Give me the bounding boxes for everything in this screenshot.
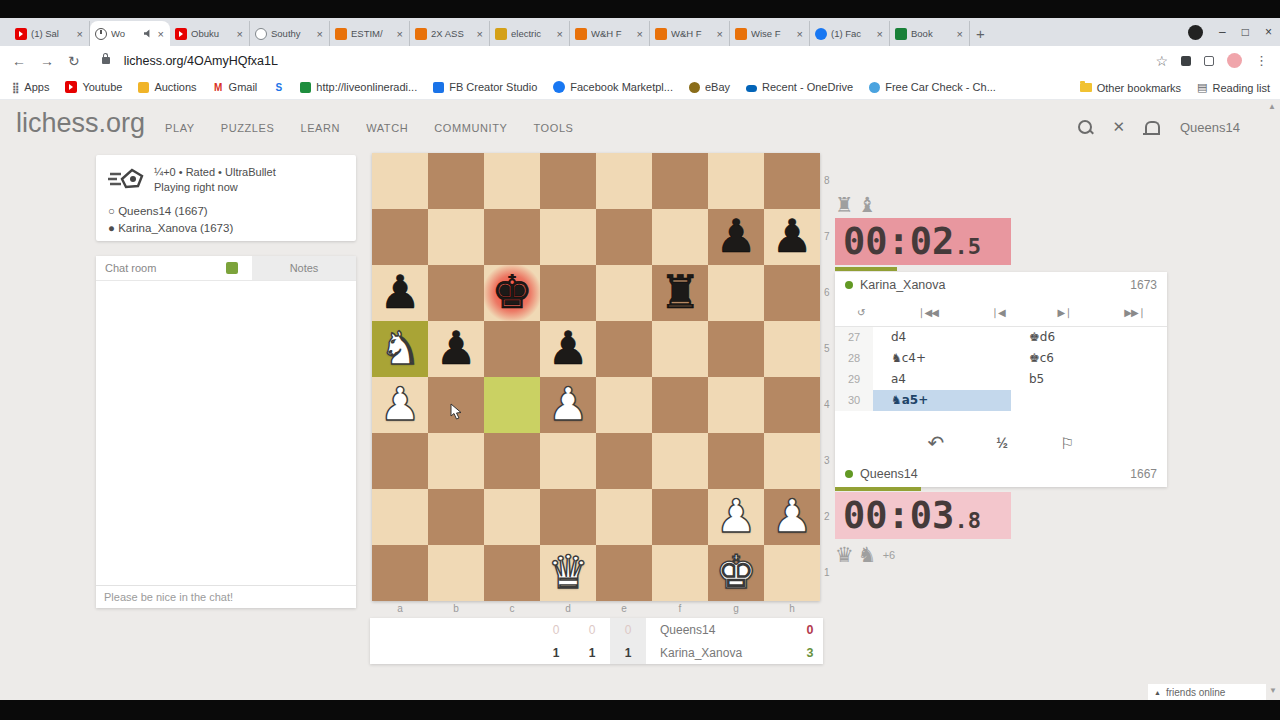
lichess-page: lichess.org PLAYPUZZLESLEARNWATCHCOMMUNI… — [0, 100, 1280, 700]
browser-tab[interactable]: (1) Fac× — [810, 21, 890, 46]
bookmark-label: http://liveonlineradi... — [316, 81, 417, 93]
minimize-button[interactable]: – — [1219, 25, 1226, 39]
flip-board-icon[interactable]: ↺ — [857, 307, 864, 318]
square-b7[interactable] — [428, 209, 484, 265]
square-a3[interactable] — [372, 433, 428, 489]
youtube-favicon-icon — [15, 28, 27, 40]
square-c1[interactable] — [484, 545, 540, 601]
tab-title: 2X ASS — [431, 28, 472, 39]
square-b1[interactable] — [428, 545, 484, 601]
tab-title: W&H F — [591, 28, 632, 39]
square-b6[interactable] — [428, 265, 484, 321]
fb-favicon-icon — [815, 28, 827, 40]
url-text[interactable]: lichess.org/4OAmyHQfxa1L — [124, 54, 1142, 68]
collapse-icon: ▲ — [1154, 689, 1161, 696]
tab-title: Southy — [271, 28, 312, 39]
bookmark-item[interactable]: Free Car Check - Ch... — [869, 81, 996, 93]
square-d2[interactable] — [540, 489, 596, 545]
square-f3[interactable] — [652, 433, 708, 489]
tab-title: (1) Fac — [831, 28, 872, 39]
square-b5[interactable] — [428, 321, 484, 377]
white-player-line[interactable]: ○ Queens14 (1667) — [108, 203, 344, 220]
game-status-text: Playing right now — [154, 180, 276, 195]
first-move-icon[interactable]: ❘◀◀ — [917, 307, 938, 318]
game-info-card: ¼+0 • Rated • UltraBullet Playing right … — [96, 155, 356, 241]
crosstable-player-name[interactable]: Queens14 — [660, 618, 797, 641]
file-label-c: c — [484, 603, 540, 614]
square-c3[interactable] — [484, 433, 540, 489]
square-c6[interactable] — [484, 265, 540, 321]
tab-close-icon[interactable]: × — [76, 28, 84, 40]
crosstable-player-score: 3 — [797, 641, 823, 664]
friends-online-bar[interactable]: ▲ friends online — [1148, 684, 1266, 700]
forward-icon[interactable]: → — [40, 53, 54, 69]
file-label-h: h — [764, 603, 820, 614]
tab-close-icon[interactable]: × — [316, 28, 324, 40]
menu-icon[interactable]: ⋮ — [1255, 53, 1268, 68]
move-black[interactable]: b5 — [1011, 369, 1149, 390]
square-e5[interactable] — [596, 321, 652, 377]
square-c4[interactable] — [484, 377, 540, 433]
square-d8[interactable] — [540, 153, 596, 209]
player-rating: 1673 — [1130, 278, 1157, 292]
challenge-cross-icon[interactable]: ✕ — [1112, 118, 1125, 136]
tab-close-icon[interactable]: × — [716, 28, 724, 40]
tab-close-icon[interactable]: × — [236, 28, 244, 40]
last-move-highlight — [484, 377, 540, 433]
file-label-b: b — [428, 603, 484, 614]
bookmark-label: Auctions — [154, 81, 196, 93]
rook-captured-icon: ♜ — [835, 193, 854, 217]
square-f1[interactable] — [652, 545, 708, 601]
bookmark-item[interactable]: Recent - OneDrive — [746, 81, 853, 93]
youtube-icon — [65, 81, 77, 93]
square-d3[interactable] — [540, 433, 596, 489]
rank-label-7: 7 — [824, 231, 830, 242]
back-icon[interactable]: ← — [12, 53, 26, 69]
cloud-icon — [746, 85, 757, 92]
move-black[interactable]: ♚c6 — [1011, 348, 1149, 369]
material-advantage: +6 — [883, 549, 896, 561]
last-move-icon[interactable]: ▶▶❘ — [1124, 307, 1145, 318]
bookmarks-bar-right: Other bookmarks ▤Reading list — [1080, 75, 1270, 100]
address-bar: ← → ↻ lichess.org/4OAmyHQfxa1L ☆ ⋮ — [0, 46, 1280, 75]
square-g3[interactable] — [708, 433, 764, 489]
window-controls: – □ × — [1188, 18, 1272, 46]
move-row: 29a4b5 — [835, 369, 1167, 390]
clock-white: 00:03.8 — [835, 492, 1011, 539]
file-label-e: e — [596, 603, 652, 614]
tab-close-icon[interactable]: × — [476, 28, 484, 40]
square-d7[interactable] — [540, 209, 596, 265]
scrollbar-down-arrow[interactable]: ▼ — [1269, 686, 1277, 695]
globe-favicon-icon — [255, 28, 267, 40]
browser-tab[interactable]: Wo× — [90, 21, 170, 46]
bookmark-item[interactable]: ⣿Apps — [12, 81, 49, 93]
folder-icon — [1080, 83, 1092, 92]
square-g5[interactable] — [708, 321, 764, 377]
crosstable-spacer — [370, 618, 538, 664]
game-column-1[interactable]: 01 — [538, 618, 574, 664]
game-column-3[interactable]: 01 — [610, 618, 646, 664]
tab-chat-room[interactable]: Chat room — [96, 262, 226, 274]
crosstable-names: Queens14Karina_Xanova — [646, 618, 797, 664]
square-a4[interactable] — [372, 377, 428, 433]
square-e3[interactable] — [596, 433, 652, 489]
last-move-highlight — [372, 321, 428, 377]
tab-title: Wo — [111, 28, 140, 39]
bookmark-item[interactable]: eBay — [689, 81, 730, 93]
square-b3[interactable] — [428, 433, 484, 489]
grid-icon: ⣿ — [12, 82, 19, 93]
scrollbar-up-arrow[interactable]: ▲ — [1268, 102, 1276, 111]
bookmark-label: Recent - OneDrive — [762, 81, 853, 93]
square-f5[interactable] — [652, 321, 708, 377]
player-name: Karina_Xanova — [860, 278, 1123, 292]
offer-draw-icon[interactable]: ½ — [996, 435, 1008, 451]
doc-favicon-icon — [335, 28, 347, 40]
browser-tab[interactable]: W&H F× — [650, 21, 730, 46]
player-line-top[interactable]: Karina_Xanova 1673 — [835, 272, 1167, 298]
rank-label-6: 6 — [824, 287, 830, 298]
online-dot — [845, 470, 853, 478]
doc-favicon-icon — [415, 28, 427, 40]
square-h4[interactable] — [764, 377, 820, 433]
check-highlight — [484, 265, 540, 321]
square-g7[interactable] — [708, 209, 764, 265]
move-number: 27 — [835, 327, 873, 348]
move-row: 28♞c4+♚c6 — [835, 348, 1167, 369]
ebay-icon — [689, 82, 700, 93]
knight-captured-icon: ♞ — [858, 543, 877, 567]
pin-icon[interactable] — [1181, 56, 1191, 66]
square-h3[interactable] — [764, 433, 820, 489]
move-white[interactable]: ♞a5+ — [873, 390, 1011, 411]
ultrabullet-icon — [108, 165, 144, 193]
square-e8[interactable] — [596, 153, 652, 209]
rank-label-8: 8 — [824, 175, 830, 186]
tab-close-icon[interactable]: × — [876, 28, 884, 40]
search-icon[interactable] — [1078, 120, 1092, 134]
rank-label-2: 2 — [824, 511, 830, 522]
square-d6[interactable] — [540, 265, 596, 321]
move-panel: Karina_Xanova 1673 ↺❘◀◀❘◀▶❘▶▶❘ 27d4♚d628… — [835, 272, 1167, 487]
address-bar-actions: ☆ ⋮ — [1155, 53, 1268, 69]
nav-item-play[interactable]: PLAY — [165, 122, 195, 134]
move-white[interactable]: a4 — [873, 369, 1011, 390]
square-b8[interactable] — [428, 153, 484, 209]
browser-tab[interactable]: ESTIM/× — [330, 21, 410, 46]
time-bar-black — [835, 267, 897, 271]
doc-favicon-icon — [735, 28, 747, 40]
greenbox-icon — [300, 82, 311, 93]
tab-close-icon[interactable]: × — [157, 28, 165, 40]
clock-black: 00:02.5 — [835, 218, 1011, 265]
rank-label-3: 3 — [824, 455, 830, 466]
youtube-favicon-icon — [175, 28, 187, 40]
tab-title: W&H F — [671, 28, 712, 39]
gold-icon — [138, 82, 149, 93]
bookmark-item[interactable]: FB Creator Studio — [433, 81, 537, 93]
tab-close-icon[interactable]: × — [396, 28, 404, 40]
square-e6[interactable] — [596, 265, 652, 321]
square-e7[interactable] — [596, 209, 652, 265]
game-result-top: 0 — [538, 618, 574, 641]
square-c2[interactable] — [484, 489, 540, 545]
file-labels: abcdefgh — [372, 603, 820, 614]
tab-notes[interactable]: Notes — [252, 256, 356, 280]
header-actions: ✕ Queens14 — [1078, 118, 1240, 136]
takeback-icon[interactable]: ↶ — [928, 431, 945, 455]
tab-strip: (1) Sal×Wo×Obuku×Southy×ESTIM/×2X ASS×el… — [0, 18, 1280, 46]
notifications-bell-icon[interactable] — [1145, 121, 1160, 133]
crosstable-player-score: 0 — [797, 618, 823, 641]
chess-board[interactable]: ♟♟♟♚♜♞♟♟♟♟♟♟♛♚ — [372, 153, 820, 601]
captured-pieces-top: ♜♝ — [835, 193, 877, 217]
game-mode-text: ¼+0 • Rated • UltraBullet — [154, 165, 276, 180]
player-line-bottom[interactable]: Queens14 1667 — [835, 461, 1167, 487]
move-row: 27d4♚d6 — [835, 327, 1167, 348]
bookmark-label: Facebook Marketpl... — [570, 81, 673, 93]
crosstable-player-name[interactable]: Karina_Xanova — [660, 641, 797, 664]
bookmark-item[interactable]: Auctions — [138, 81, 196, 93]
game-result-bottom: 1 — [538, 641, 574, 664]
square-e2[interactable] — [596, 489, 652, 545]
chat-toggle[interactable] — [226, 262, 238, 274]
move-white[interactable]: ♞c4+ — [873, 348, 1011, 369]
captured-pieces-bottom: ♛♞+6 — [835, 543, 895, 567]
doc-favicon-icon — [575, 28, 587, 40]
square-h6[interactable] — [764, 265, 820, 321]
square-a7[interactable] — [372, 209, 428, 265]
nav-item-tools[interactable]: TOOLS — [533, 122, 573, 134]
extensions-icon[interactable] — [1204, 56, 1214, 66]
move-black[interactable]: ♚d6 — [1011, 327, 1149, 348]
square-g4[interactable] — [708, 377, 764, 433]
bookmark-label: Apps — [24, 81, 49, 93]
square-f6[interactable] — [652, 265, 708, 321]
nav-item-puzzles[interactable]: PUZZLES — [221, 122, 275, 134]
player-name: Queens14 — [860, 467, 1123, 481]
move-number: 29 — [835, 369, 873, 390]
tab-title: ESTIM/ — [351, 28, 392, 39]
nav-item-community[interactable]: COMMUNITY — [434, 122, 507, 134]
square-a2[interactable] — [372, 489, 428, 545]
browser-tab[interactable]: Obuku× — [170, 21, 250, 46]
black-player-line[interactable]: ● Karina_Xanova (1673) — [108, 220, 344, 237]
file-label-g: g — [708, 603, 764, 614]
crosstable: 010101Queens14Karina_Xanova03 — [370, 618, 823, 664]
bookmark-label: Free Car Check - Ch... — [885, 81, 996, 93]
square-g6[interactable] — [708, 265, 764, 321]
next-move-icon[interactable]: ▶❘ — [1057, 307, 1071, 318]
nav-item-learn[interactable]: LEARN — [300, 122, 340, 134]
square-g8[interactable] — [708, 153, 764, 209]
elec-favicon-icon — [495, 28, 507, 40]
account-avatar[interactable] — [1227, 53, 1242, 68]
lock-icon[interactable] — [102, 57, 110, 64]
white-marker-icon: ○ — [108, 205, 115, 217]
square-f4[interactable] — [652, 377, 708, 433]
main-nav: PLAYPUZZLESLEARNWATCHCOMMUNITYTOOLS — [165, 122, 574, 134]
tab-title: Obuku — [191, 28, 232, 39]
square-a5[interactable] — [372, 321, 428, 377]
file-label-f: f — [652, 603, 708, 614]
black-marker-icon: ● — [108, 222, 115, 234]
reading-list-icon: ▤ — [1197, 81, 1207, 94]
square-d4[interactable] — [540, 377, 596, 433]
tab-close-icon[interactable]: × — [556, 28, 564, 40]
bookmark-star-icon[interactable]: ☆ — [1155, 53, 1168, 69]
maximize-button[interactable]: □ — [1242, 25, 1249, 39]
square-b2[interactable] — [428, 489, 484, 545]
game-result-top: 0 — [574, 618, 610, 641]
browser-tab[interactable]: Wise F× — [730, 21, 810, 46]
square-e1[interactable] — [596, 545, 652, 601]
queen-captured-icon: ♛ — [835, 543, 854, 567]
time-bar-white — [835, 487, 921, 491]
tab-title: electric — [511, 28, 552, 39]
lichess-favicon-icon — [95, 28, 107, 40]
game-result-bottom: 1 — [610, 641, 646, 664]
profile-avatar[interactable] — [1188, 25, 1203, 40]
tab-close-icon[interactable]: × — [636, 28, 644, 40]
browser-tab[interactable]: 2X ASS× — [410, 21, 490, 46]
move-row: 30♞a5+ — [835, 390, 1167, 411]
square-c5[interactable] — [484, 321, 540, 377]
tab-title: Book — [911, 28, 952, 39]
square-f7[interactable] — [652, 209, 708, 265]
square-h1[interactable] — [764, 545, 820, 601]
player-rating: 1667 — [1130, 467, 1157, 481]
chat-panel: Chat room Notes Please be nice in the ch… — [96, 256, 356, 608]
square-c8[interactable] — [484, 153, 540, 209]
file-label-d: d — [540, 603, 596, 614]
browser-tab[interactable]: W&H F× — [570, 21, 650, 46]
file-label-a: a — [372, 603, 428, 614]
move-list: 27d4♚d628♞c4+♚c629a4b530♞a5+ — [835, 327, 1167, 425]
rank-label-4: 4 — [824, 399, 830, 410]
bishop-captured-icon: ♝ — [858, 193, 877, 217]
bluebox-icon — [433, 82, 444, 93]
game-result-top: 0 — [610, 618, 646, 641]
site-logo[interactable]: lichess.org — [16, 108, 145, 139]
resign-flag-icon[interactable]: ⚐ — [1060, 434, 1074, 453]
square-a1[interactable] — [372, 545, 428, 601]
square-c7[interactable] — [484, 209, 540, 265]
square-h8[interactable] — [764, 153, 820, 209]
fb-icon — [553, 81, 565, 93]
square-f2[interactable] — [652, 489, 708, 545]
chat-input[interactable]: Please be nice in the chat! — [96, 585, 356, 608]
browser-tab[interactable]: electric× — [490, 21, 570, 46]
rank-label-5: 5 — [824, 343, 830, 354]
mouse-cursor — [450, 403, 463, 424]
square-h7[interactable] — [764, 209, 820, 265]
move-black[interactable] — [1011, 390, 1149, 411]
move-number: 28 — [835, 348, 873, 369]
online-dot — [845, 281, 853, 289]
square-a8[interactable] — [372, 153, 428, 209]
game-column-2[interactable]: 01 — [574, 618, 610, 664]
square-g1[interactable] — [708, 545, 764, 601]
square-h2[interactable] — [764, 489, 820, 545]
bookmark-item[interactable]: MGmail — [213, 81, 258, 93]
tab-close-icon[interactable]: × — [796, 28, 804, 40]
square-f8[interactable] — [652, 153, 708, 209]
lettermark-icon: M — [213, 82, 224, 93]
tab-title: Wise F — [751, 28, 792, 39]
chat-messages — [96, 281, 356, 585]
previous-move-icon[interactable]: ❘◀ — [991, 307, 1005, 318]
square-e4[interactable] — [596, 377, 652, 433]
reading-list[interactable]: ▤Reading list — [1197, 81, 1270, 94]
game-actions: ↶ ½ ⚐ — [835, 425, 1167, 461]
bookmark-label: FB Creator Studio — [449, 81, 537, 93]
rank-label-1: 1 — [824, 567, 830, 578]
sheet-favicon-icon — [895, 28, 907, 40]
square-h5[interactable] — [764, 321, 820, 377]
move-white[interactable]: d4 — [873, 327, 1011, 348]
tab-title: (1) Sal — [31, 28, 72, 39]
square-a6[interactable] — [372, 265, 428, 321]
new-tab-button[interactable]: + — [976, 25, 985, 42]
square-d1[interactable] — [540, 545, 596, 601]
close-button[interactable]: × — [1265, 25, 1272, 39]
lettermark-icon: S — [273, 82, 284, 93]
square-g2[interactable] — [708, 489, 764, 545]
bookmark-item[interactable]: Youtube — [65, 81, 122, 93]
browser-tab[interactable]: (1) Sal× — [10, 21, 90, 46]
bookmarks-bar: ⣿AppsYoutubeAuctionsMGmailShttp://liveon… — [0, 75, 1280, 100]
bookmark-item[interactable]: S — [273, 82, 284, 93]
reload-icon[interactable]: ↻ — [68, 53, 80, 69]
browser-tab[interactable]: Southy× — [250, 21, 330, 46]
nav-item-watch[interactable]: WATCH — [366, 122, 408, 134]
game-result-bottom: 1 — [574, 641, 610, 664]
bookmark-label: Youtube — [82, 81, 122, 93]
tab-audio-icon[interactable] — [144, 29, 153, 38]
bookmark-item[interactable]: http://liveonlineradi... — [300, 81, 417, 93]
bookmark-label: eBay — [705, 81, 730, 93]
tab-close-icon[interactable]: × — [956, 28, 964, 40]
other-bookmarks[interactable]: Other bookmarks — [1080, 82, 1181, 94]
crosstable-scores: 03 — [797, 618, 823, 664]
bookmark-item[interactable]: Facebook Marketpl... — [553, 81, 673, 93]
carcheck-icon — [869, 82, 880, 93]
square-d5[interactable] — [540, 321, 596, 377]
bookmark-label: Gmail — [229, 81, 258, 93]
replay-controls: ↺❘◀◀❘◀▶❘▶▶❘ — [835, 298, 1167, 327]
move-number: 30 — [835, 390, 873, 411]
username-menu[interactable]: Queens14 — [1180, 120, 1240, 135]
browser-window: (1) Sal×Wo×Obuku×Southy×ESTIM/×2X ASS×el… — [0, 18, 1280, 700]
browser-tab[interactable]: Book× — [890, 21, 970, 46]
doc-favicon-icon — [655, 28, 667, 40]
